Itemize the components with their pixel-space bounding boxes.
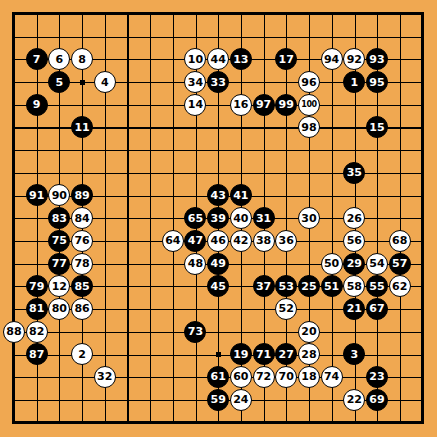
stone-73: 73 [184,321,206,343]
stone-number: 13 [233,54,248,65]
go-board: 1234567891011121314151617181920212223242… [0,0,437,437]
stone-number: 53 [279,281,294,292]
stone-43: 43 [207,184,229,206]
stone-92: 92 [343,48,365,70]
stone-number: 25 [301,281,316,292]
stone-59: 59 [207,389,229,411]
stone-number: 9 [33,99,41,110]
stone-number: 38 [256,235,271,246]
stone-number: 55 [369,281,384,292]
stone-45: 45 [207,275,229,297]
stone-number: 17 [279,54,294,65]
stone-37: 37 [253,275,275,297]
stone-23: 23 [366,366,388,388]
stone-81: 81 [26,298,48,320]
stone-number: 90 [52,190,67,201]
stone-number: 20 [301,326,316,337]
stone-number: 57 [392,258,407,269]
stone-number: 97 [256,99,271,110]
stone-44: 44 [207,48,229,70]
stone-78: 78 [71,253,93,275]
stone-54: 54 [366,253,388,275]
stone-number: 99 [279,99,294,110]
stone-number: 16 [233,99,248,110]
stone-94: 94 [321,48,343,70]
stone-93: 93 [366,48,388,70]
stone-number: 85 [74,281,89,292]
stone-19: 19 [230,343,252,365]
stone-99: 99 [275,94,297,116]
stone-21: 21 [343,298,365,320]
stone-number: 94 [324,54,339,65]
stone-35: 35 [343,162,365,184]
stone-71: 71 [253,343,275,365]
stone-number: 77 [52,258,67,269]
stone-number: 76 [74,235,89,246]
stone-40: 40 [230,207,252,229]
stone-number: 82 [29,326,44,337]
stone-56: 56 [343,230,365,252]
stone-number: 14 [188,99,203,110]
stone-12: 12 [48,275,70,297]
stone-number: 60 [233,371,248,382]
stone-95: 95 [366,71,388,93]
stone-number: 33 [211,77,226,88]
stone-33: 33 [207,71,229,93]
stone-36: 36 [275,230,297,252]
stone-15: 15 [366,116,388,138]
stone-18: 18 [298,366,320,388]
stone-number: 24 [233,394,248,405]
stone-number: 12 [52,281,67,292]
stone-65: 65 [184,207,206,229]
stone-51: 51 [321,275,343,297]
stone-number: 81 [29,303,44,314]
stone-3: 3 [343,343,365,365]
stone-50: 50 [321,253,343,275]
stone-number: 21 [347,303,362,314]
stone-11: 11 [71,116,93,138]
stone-91: 91 [26,184,48,206]
stone-number: 80 [52,303,67,314]
stone-14: 14 [184,94,206,116]
stone-number: 43 [211,190,226,201]
stone-number: 96 [301,77,316,88]
stone-number: 59 [211,394,226,405]
stone-47: 47 [184,230,206,252]
stone-number: 98 [301,122,316,133]
stone-number: 19 [233,349,248,360]
stone-49: 49 [207,253,229,275]
stone-25: 25 [298,275,320,297]
stone-number: 56 [347,235,362,246]
stone-32: 32 [94,366,116,388]
stone-number: 37 [256,281,271,292]
stone-6: 6 [48,48,70,70]
stone-84: 84 [71,207,93,229]
stones-grid: 1234567891011121314151617181920212223242… [3,3,434,434]
stone-46: 46 [207,230,229,252]
stone-number: 50 [324,258,339,269]
stone-82: 82 [26,321,48,343]
stone-number: 68 [392,235,407,246]
stone-number: 65 [188,213,203,224]
stone-76: 76 [71,230,93,252]
stone-number: 32 [97,371,112,382]
stone-number: 73 [188,326,203,337]
stone-number: 27 [279,349,294,360]
stone-number: 52 [279,303,294,314]
stone-13: 13 [230,48,252,70]
stone-88: 88 [3,321,25,343]
stone-16: 16 [230,94,252,116]
stone-97: 97 [253,94,275,116]
stone-number: 71 [256,349,271,360]
stone-64: 64 [162,230,184,252]
stone-61: 61 [207,366,229,388]
stone-number: 74 [324,371,339,382]
stone-number: 36 [279,235,294,246]
stone-number: 78 [74,258,89,269]
stone-number: 75 [52,235,67,246]
stone-38: 38 [253,230,275,252]
stone-42: 42 [230,230,252,252]
stone-number: 51 [324,281,339,292]
stone-number: 26 [347,213,362,224]
stone-68: 68 [389,230,411,252]
stone-number: 91 [29,190,44,201]
stone-number: 88 [6,326,21,337]
stone-28: 28 [298,343,320,365]
stone-number: 70 [279,371,294,382]
stone-number: 6 [56,54,64,65]
stone-72: 72 [253,366,275,388]
stone-number: 31 [256,213,271,224]
stone-number: 34 [188,77,203,88]
stone-80: 80 [48,298,70,320]
stone-number: 15 [369,122,384,133]
stone-52: 52 [275,298,297,320]
stone-22: 22 [343,389,365,411]
stone-number: 46 [211,235,226,246]
stone-number: 72 [256,371,271,382]
stone-85: 85 [71,275,93,297]
stone-2: 2 [71,343,93,365]
stone-number: 18 [301,371,316,382]
stone-67: 67 [366,298,388,320]
stone-87: 87 [26,343,48,365]
stone-number: 40 [233,213,248,224]
stone-9: 9 [26,94,48,116]
stone-8: 8 [71,48,93,70]
stone-70: 70 [275,366,297,388]
stone-number: 83 [52,213,67,224]
stone-27: 27 [275,343,297,365]
stone-20: 20 [298,321,320,343]
stone-number: 45 [211,281,226,292]
stone-17: 17 [275,48,297,70]
stone-79: 79 [26,275,48,297]
stone-number: 49 [211,258,226,269]
stone-number: 11 [74,122,89,133]
stone-number: 42 [233,235,248,246]
stone-69: 69 [366,389,388,411]
stone-number: 30 [301,213,316,224]
stone-26: 26 [343,207,365,229]
stone-number: 100 [301,101,316,109]
stone-86: 86 [71,298,93,320]
stone-90: 90 [48,184,70,206]
stone-60: 60 [230,366,252,388]
stone-number: 7 [33,54,41,65]
stone-10: 10 [184,48,206,70]
stone-number: 1 [350,77,358,88]
stone-41: 41 [230,184,252,206]
hoshi-point [216,352,221,357]
stone-89: 89 [71,184,93,206]
stone-24: 24 [230,389,252,411]
stone-number: 23 [369,371,384,382]
stone-34: 34 [184,71,206,93]
stone-58: 58 [343,275,365,297]
stone-number: 84 [74,213,89,224]
stone-number: 29 [347,258,362,269]
stone-number: 22 [347,394,362,405]
stone-number: 2 [78,349,86,360]
stone-number: 95 [369,77,384,88]
stone-74: 74 [321,366,343,388]
stone-number: 47 [188,235,203,246]
stone-number: 92 [347,54,362,65]
stone-number: 8 [78,54,86,65]
stone-number: 67 [369,303,384,314]
stone-96: 96 [298,71,320,93]
stone-number: 5 [56,77,64,88]
stone-number: 3 [350,349,358,360]
stone-57: 57 [389,253,411,275]
stone-number: 28 [301,349,316,360]
stone-number: 10 [188,54,203,65]
stone-number: 39 [211,213,226,224]
stone-number: 41 [233,190,248,201]
stone-number: 35 [347,167,362,178]
stone-83: 83 [48,207,70,229]
stone-39: 39 [207,207,229,229]
stone-number: 44 [211,54,226,65]
stone-number: 86 [74,303,89,314]
stone-number: 48 [188,258,203,269]
stone-75: 75 [48,230,70,252]
stone-number: 93 [369,54,384,65]
stone-77: 77 [48,253,70,275]
stone-number: 4 [101,77,109,88]
stone-98: 98 [298,116,320,138]
stone-number: 62 [392,281,407,292]
stone-100: 100 [298,94,320,116]
stone-number: 58 [347,281,362,292]
stone-7: 7 [26,48,48,70]
stone-number: 89 [74,190,89,201]
stone-48: 48 [184,253,206,275]
stone-1: 1 [343,71,365,93]
stone-31: 31 [253,207,275,229]
stone-number: 64 [165,235,180,246]
stone-number: 87 [29,349,44,360]
stone-30: 30 [298,207,320,229]
stone-62: 62 [389,275,411,297]
stone-number: 54 [369,258,384,269]
stone-number: 61 [211,371,226,382]
stone-5: 5 [48,71,70,93]
stone-53: 53 [275,275,297,297]
stone-number: 69 [369,394,384,405]
hoshi-point [80,80,85,85]
stone-29: 29 [343,253,365,275]
stone-55: 55 [366,275,388,297]
stone-4: 4 [94,71,116,93]
stone-number: 79 [29,281,44,292]
